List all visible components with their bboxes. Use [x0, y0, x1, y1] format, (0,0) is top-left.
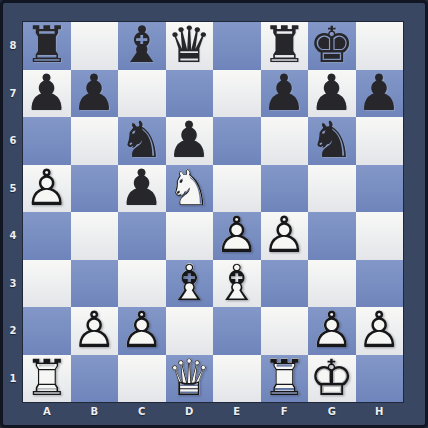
black-pawn-piece[interactable]: ♟: [261, 70, 308, 117]
square-b4[interactable]: [71, 212, 119, 260]
white-piece-outline: ♙: [356, 307, 403, 354]
square-c7[interactable]: [118, 70, 166, 118]
black-king-piece[interactable]: ♚: [308, 22, 355, 69]
rank-label-2: 2: [3, 307, 23, 355]
black-bishop-piece[interactable]: ♝: [118, 22, 165, 69]
white-queen-piece[interactable]: ♛♕: [166, 355, 213, 402]
file-label-d: D: [166, 402, 214, 420]
square-d7[interactable]: [166, 70, 214, 118]
square-h2[interactable]: ♟♙: [356, 307, 404, 355]
square-h3[interactable]: [356, 260, 404, 308]
board-frame: 8 7 6 5 4 3 2 1 ♜♝♛♜♚♟♟♟♟♟♞♟♞♟♙♟♞♘♟♙♟♙♝♗…: [0, 0, 428, 428]
square-d8[interactable]: ♛: [166, 22, 214, 70]
square-d2[interactable]: [166, 307, 214, 355]
square-e1[interactable]: [213, 355, 261, 403]
square-a4[interactable]: [23, 212, 71, 260]
white-rook-piece[interactable]: ♜♖: [261, 355, 308, 402]
white-king-piece[interactable]: ♚♔: [308, 355, 355, 402]
square-e7[interactable]: [213, 70, 261, 118]
white-piece-outline: ♙: [118, 307, 165, 354]
white-piece-outline: ♙: [23, 165, 70, 212]
square-g8[interactable]: ♚: [308, 22, 356, 70]
black-pawn-piece[interactable]: ♟: [356, 70, 403, 117]
white-piece-outline: ♖: [261, 355, 308, 402]
square-a5[interactable]: ♟♙: [23, 165, 71, 213]
square-b6[interactable]: [71, 117, 119, 165]
file-label-g: G: [308, 402, 356, 420]
white-piece-outline: ♗: [213, 260, 260, 307]
black-rook-piece[interactable]: ♜: [23, 22, 70, 69]
chess-board: ♜♝♛♜♚♟♟♟♟♟♞♟♞♟♙♟♞♘♟♙♟♙♝♗♝♗♟♙♟♙♟♙♟♙♜♖♛♕♜♖…: [23, 22, 403, 402]
square-f1[interactable]: ♜♖: [261, 355, 309, 403]
black-knight-piece[interactable]: ♞: [118, 117, 165, 164]
square-g3[interactable]: [308, 260, 356, 308]
black-rook-piece[interactable]: ♜: [261, 22, 308, 69]
white-knight-piece[interactable]: ♞♘: [166, 165, 213, 212]
square-f3[interactable]: [261, 260, 309, 308]
square-c2[interactable]: ♟♙: [118, 307, 166, 355]
white-pawn-piece[interactable]: ♟♙: [261, 212, 308, 259]
square-h6[interactable]: [356, 117, 404, 165]
file-labels: A B C D E F G H: [23, 402, 403, 420]
white-pawn-piece[interactable]: ♟♙: [308, 307, 355, 354]
square-h4[interactable]: [356, 212, 404, 260]
rank-label-4: 4: [3, 212, 23, 260]
white-piece-outline: ♔: [308, 355, 355, 402]
square-a8[interactable]: ♜: [23, 22, 71, 70]
square-e2[interactable]: [213, 307, 261, 355]
file-label-e: E: [213, 402, 261, 420]
square-h5[interactable]: [356, 165, 404, 213]
square-a6[interactable]: [23, 117, 71, 165]
square-g7[interactable]: ♟: [308, 70, 356, 118]
black-queen-piece[interactable]: ♛: [166, 22, 213, 69]
square-e8[interactable]: [213, 22, 261, 70]
white-bishop-piece[interactable]: ♝♗: [166, 260, 213, 307]
square-h7[interactable]: ♟: [356, 70, 404, 118]
white-piece-outline: ♙: [308, 307, 355, 354]
square-d3[interactable]: ♝♗: [166, 260, 214, 308]
square-d6[interactable]: ♟: [166, 117, 214, 165]
square-a2[interactable]: [23, 307, 71, 355]
square-b1[interactable]: [71, 355, 119, 403]
square-c8[interactable]: ♝: [118, 22, 166, 70]
black-knight-piece[interactable]: ♞: [308, 117, 355, 164]
rank-label-3: 3: [3, 260, 23, 308]
square-h8[interactable]: [356, 22, 404, 70]
square-b3[interactable]: [71, 260, 119, 308]
square-f6[interactable]: [261, 117, 309, 165]
black-pawn-piece[interactable]: ♟: [166, 117, 213, 164]
square-d4[interactable]: [166, 212, 214, 260]
white-bishop-piece[interactable]: ♝♗: [213, 260, 260, 307]
white-piece-outline: ♘: [166, 165, 213, 212]
square-e4[interactable]: ♟♙: [213, 212, 261, 260]
rank-label-7: 7: [3, 70, 23, 118]
square-g2[interactable]: ♟♙: [308, 307, 356, 355]
square-f2[interactable]: [261, 307, 309, 355]
square-d5[interactable]: ♞♘: [166, 165, 214, 213]
square-g6[interactable]: ♞: [308, 117, 356, 165]
square-f7[interactable]: ♟: [261, 70, 309, 118]
white-pawn-piece[interactable]: ♟♙: [213, 212, 260, 259]
square-c4[interactable]: [118, 212, 166, 260]
square-g1[interactable]: ♚♔: [308, 355, 356, 403]
white-rook-piece[interactable]: ♜♖: [23, 355, 70, 402]
file-label-h: H: [356, 402, 404, 420]
square-b7[interactable]: ♟: [71, 70, 119, 118]
rank-labels: 8 7 6 5 4 3 2 1: [3, 22, 23, 402]
black-pawn-piece[interactable]: ♟: [23, 70, 70, 117]
square-c3[interactable]: [118, 260, 166, 308]
square-e5[interactable]: [213, 165, 261, 213]
rank-label-8: 8: [3, 22, 23, 70]
file-label-b: B: [71, 402, 119, 420]
square-d1[interactable]: ♛♕: [166, 355, 214, 403]
square-e6[interactable]: [213, 117, 261, 165]
file-label-c: C: [118, 402, 166, 420]
square-c6[interactable]: ♞: [118, 117, 166, 165]
square-h1[interactable]: [356, 355, 404, 403]
white-pawn-piece[interactable]: ♟♙: [23, 165, 70, 212]
square-g5[interactable]: [308, 165, 356, 213]
black-pawn-piece[interactable]: ♟: [118, 165, 165, 212]
rank-label-1: 1: [3, 355, 23, 403]
square-b2[interactable]: ♟♙: [71, 307, 119, 355]
black-pawn-piece[interactable]: ♟: [71, 70, 118, 117]
square-f4[interactable]: ♟♙: [261, 212, 309, 260]
black-pawn-piece[interactable]: ♟: [308, 70, 355, 117]
file-label-f: F: [261, 402, 309, 420]
white-piece-outline: ♖: [23, 355, 70, 402]
white-piece-outline: ♙: [71, 307, 118, 354]
white-piece-outline: ♕: [166, 355, 213, 402]
square-a7[interactable]: ♟: [23, 70, 71, 118]
white-piece-outline: ♙: [213, 212, 260, 259]
square-a3[interactable]: [23, 260, 71, 308]
square-a1[interactable]: ♜♖: [23, 355, 71, 403]
square-c5[interactable]: ♟: [118, 165, 166, 213]
square-f5[interactable]: [261, 165, 309, 213]
white-piece-outline: ♙: [261, 212, 308, 259]
rank-label-5: 5: [3, 165, 23, 213]
square-b5[interactable]: [71, 165, 119, 213]
rank-label-6: 6: [3, 117, 23, 165]
white-pawn-piece[interactable]: ♟♙: [118, 307, 165, 354]
white-pawn-piece[interactable]: ♟♙: [356, 307, 403, 354]
square-b8[interactable]: [71, 22, 119, 70]
square-g4[interactable]: [308, 212, 356, 260]
square-e3[interactable]: ♝♗: [213, 260, 261, 308]
white-pawn-piece[interactable]: ♟♙: [71, 307, 118, 354]
square-c1[interactable]: [118, 355, 166, 403]
white-piece-outline: ♗: [166, 260, 213, 307]
square-f8[interactable]: ♜: [261, 22, 309, 70]
file-label-a: A: [23, 402, 71, 420]
